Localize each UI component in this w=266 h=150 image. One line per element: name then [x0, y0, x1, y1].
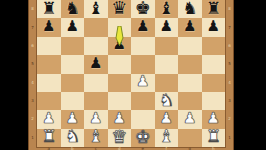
square-g2[interactable]: ♟ [178, 110, 202, 128]
square-d5[interactable] [108, 55, 132, 73]
white-pawn[interactable]: ♟ [136, 74, 149, 89]
black-king[interactable]: ♚ [135, 0, 151, 17]
square-c3[interactable] [84, 92, 108, 110]
square-d6[interactable]: ♟ [108, 37, 132, 55]
black-pawn[interactable]: ♟ [207, 19, 220, 34]
square-a3[interactable] [37, 92, 61, 110]
black-pawn[interactable]: ♟ [42, 19, 55, 34]
white-pawn[interactable]: ♟ [66, 111, 79, 126]
video-frame: ♜♞♝♛♚♝♞♜♟♟♟♟♟♟♟♟♟♞♟♟♟♟♟♟♟♜♞♝♛♚♝♜ 8877665… [0, 0, 266, 150]
square-e8[interactable]: ♚ [131, 0, 155, 18]
square-h4[interactable] [202, 74, 226, 92]
square-g1[interactable] [178, 129, 202, 147]
square-g8[interactable]: ♞ [178, 0, 202, 18]
square-b4[interactable] [61, 74, 85, 92]
black-pawn[interactable]: ♟ [113, 37, 126, 52]
square-g5[interactable] [178, 55, 202, 73]
square-a6[interactable] [37, 37, 61, 55]
white-bishop[interactable]: ♝ [88, 128, 103, 145]
white-pawn[interactable]: ♟ [183, 111, 196, 126]
square-b5[interactable] [61, 55, 85, 73]
black-knight[interactable]: ♞ [182, 0, 197, 17]
white-knight[interactable]: ♞ [159, 92, 174, 109]
square-d1[interactable]: ♛ [108, 129, 132, 147]
black-rook[interactable]: ♜ [41, 0, 56, 17]
square-f3[interactable]: ♞ [155, 92, 179, 110]
square-d4[interactable] [108, 74, 132, 92]
square-b6[interactable] [61, 37, 85, 55]
square-e6[interactable] [131, 37, 155, 55]
square-h6[interactable] [202, 37, 226, 55]
square-g7[interactable]: ♟ [178, 18, 202, 36]
square-f5[interactable] [155, 55, 179, 73]
white-king[interactable]: ♚ [135, 128, 151, 146]
square-a8[interactable]: ♜ [37, 0, 61, 18]
square-g3[interactable] [178, 92, 202, 110]
square-h7[interactable]: ♟ [202, 18, 226, 36]
white-pawn[interactable]: ♟ [207, 111, 220, 126]
square-b7[interactable]: ♟ [61, 18, 85, 36]
black-pawn[interactable]: ♟ [183, 19, 196, 34]
square-h5[interactable] [202, 55, 226, 73]
board-grid: ♜♞♝♛♚♝♞♜♟♟♟♟♟♟♟♟♟♞♟♟♟♟♟♟♟♜♞♝♛♚♝♜ [37, 0, 225, 147]
white-bishop[interactable]: ♝ [159, 128, 174, 145]
square-b3[interactable] [61, 92, 85, 110]
white-pawn[interactable]: ♟ [160, 111, 173, 126]
square-h8[interactable]: ♜ [202, 0, 226, 18]
black-pawn[interactable]: ♟ [160, 19, 173, 34]
square-f1[interactable]: ♝ [155, 129, 179, 147]
black-bishop[interactable]: ♝ [88, 0, 103, 17]
black-pawn[interactable]: ♟ [136, 19, 149, 34]
square-d7[interactable] [108, 18, 132, 36]
square-f8[interactable]: ♝ [155, 0, 179, 18]
black-queen[interactable]: ♛ [111, 0, 127, 17]
square-c8[interactable]: ♝ [84, 0, 108, 18]
white-pawn[interactable]: ♟ [89, 111, 102, 126]
square-h3[interactable] [202, 92, 226, 110]
white-knight[interactable]: ♞ [65, 128, 80, 145]
square-b8[interactable]: ♞ [61, 0, 85, 18]
square-c4[interactable] [84, 74, 108, 92]
white-rook[interactable]: ♜ [41, 128, 56, 145]
square-g4[interactable] [178, 74, 202, 92]
square-e4[interactable]: ♟ [131, 74, 155, 92]
black-bishop[interactable]: ♝ [159, 0, 174, 17]
square-c7[interactable] [84, 18, 108, 36]
square-a1[interactable]: ♜ [37, 129, 61, 147]
square-c6[interactable] [84, 37, 108, 55]
square-e7[interactable]: ♟ [131, 18, 155, 36]
square-f6[interactable] [155, 37, 179, 55]
square-c1[interactable]: ♝ [84, 129, 108, 147]
square-a4[interactable] [37, 74, 61, 92]
white-pawn[interactable]: ♟ [113, 111, 126, 126]
white-pawn[interactable]: ♟ [42, 111, 55, 126]
square-f7[interactable]: ♟ [155, 18, 179, 36]
black-rook[interactable]: ♜ [206, 0, 221, 17]
square-e3[interactable] [131, 92, 155, 110]
white-queen[interactable]: ♛ [111, 128, 127, 146]
square-a5[interactable] [37, 55, 61, 73]
square-e5[interactable] [131, 55, 155, 73]
square-d3[interactable] [108, 92, 132, 110]
black-knight[interactable]: ♞ [65, 0, 80, 17]
black-pawn[interactable]: ♟ [66, 19, 79, 34]
black-pawn[interactable]: ♟ [89, 56, 102, 71]
square-b1[interactable]: ♞ [61, 129, 85, 147]
square-a7[interactable]: ♟ [37, 18, 61, 36]
square-e1[interactable]: ♚ [131, 129, 155, 147]
square-d8[interactable]: ♛ [108, 0, 132, 18]
square-g6[interactable] [178, 37, 202, 55]
square-c5[interactable]: ♟ [84, 55, 108, 73]
white-rook[interactable]: ♜ [206, 128, 221, 145]
square-h1[interactable]: ♜ [202, 129, 226, 147]
